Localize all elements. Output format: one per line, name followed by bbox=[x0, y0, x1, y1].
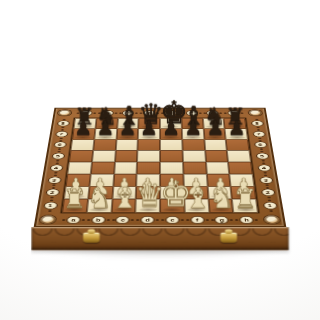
coordinate-cell: 6 bbox=[47, 139, 72, 150]
square-e6[interactable] bbox=[160, 139, 182, 150]
coordinate-label: f bbox=[186, 110, 196, 115]
coordinate-label: f bbox=[191, 216, 203, 223]
piece-white-knight[interactable]: ♞ bbox=[87, 184, 111, 212]
coordinate-label: e bbox=[165, 110, 175, 115]
coordinate-cell: g bbox=[202, 108, 224, 119]
board-grid: ♜♞♝♛♚♝♞♜♟♟♟♟♟♟♟♟♟♟♟♟♟♟♟♟♜♞♝♛♚♝♞♜ bbox=[62, 118, 258, 212]
piece-white-bishop[interactable]: ♝ bbox=[111, 183, 135, 212]
coordinate-label: 4 bbox=[258, 165, 270, 171]
coordinate-label: g bbox=[216, 216, 229, 223]
square-c1[interactable]: ♝ bbox=[111, 199, 136, 212]
square-c7[interactable]: ♟ bbox=[116, 129, 138, 140]
square-b7[interactable]: ♟ bbox=[94, 129, 117, 140]
coordinate-label: 7 bbox=[56, 131, 67, 136]
coordinate-label: c bbox=[117, 216, 129, 223]
coordinate-cell: f bbox=[181, 108, 203, 119]
coordinate-label: h bbox=[240, 216, 253, 223]
coordinate-label: 4 bbox=[50, 165, 62, 171]
coordinate-cell: a bbox=[60, 212, 86, 227]
brass-latch-icon bbox=[83, 233, 99, 243]
coordinate-label: g bbox=[207, 110, 218, 115]
piece-black-pawn[interactable]: ♟ bbox=[72, 119, 94, 139]
piece-black-pawn[interactable]: ♟ bbox=[204, 119, 226, 139]
coordinate-label: d bbox=[144, 110, 154, 115]
square-d4[interactable] bbox=[137, 162, 160, 174]
coordinate-label: c bbox=[123, 110, 133, 115]
coordinate-label: d bbox=[142, 216, 154, 223]
coordinate-label: 1 bbox=[263, 203, 276, 209]
piece-black-pawn[interactable]: ♟ bbox=[94, 119, 116, 139]
square-a4[interactable] bbox=[67, 162, 91, 174]
square-e5[interactable] bbox=[160, 150, 183, 162]
chess-set-photo: abcdefgh abcdefgh 87654321 87654321 ♜♞♝♛… bbox=[0, 0, 320, 320]
square-h5[interactable] bbox=[227, 150, 251, 162]
coordinate-cell: a bbox=[75, 108, 97, 119]
square-d6[interactable] bbox=[138, 139, 160, 150]
square-g4[interactable] bbox=[206, 162, 230, 174]
coordinate-cell: 6 bbox=[248, 139, 273, 150]
coordinate-cell: c bbox=[110, 212, 135, 227]
piece-white-rook[interactable]: ♜ bbox=[233, 186, 257, 212]
square-c4[interactable] bbox=[114, 162, 138, 174]
corner-rosette-icon bbox=[248, 110, 262, 116]
square-b1[interactable]: ♞ bbox=[87, 199, 112, 212]
corner-rosette-icon bbox=[264, 215, 281, 224]
box-front bbox=[31, 227, 288, 250]
square-e1[interactable]: ♚ bbox=[160, 199, 184, 212]
coordinate-cell: d bbox=[135, 212, 160, 227]
coordinate-cell: g bbox=[209, 212, 235, 227]
square-g6[interactable] bbox=[204, 139, 227, 150]
coordinate-label: 8 bbox=[57, 121, 68, 126]
coordinate-cell: 4 bbox=[43, 162, 69, 174]
coordinate-label: 2 bbox=[46, 190, 58, 196]
piece-white-knight[interactable]: ♞ bbox=[209, 184, 233, 212]
coordinate-label: 3 bbox=[48, 177, 60, 183]
piece-black-pawn[interactable]: ♟ bbox=[116, 119, 138, 139]
coordinate-cell: 5 bbox=[45, 150, 71, 162]
board-frame: abcdefgh abcdefgh 87654321 87654321 ♜♞♝♛… bbox=[34, 108, 287, 227]
square-h6[interactable] bbox=[226, 139, 250, 150]
square-f4[interactable] bbox=[183, 162, 207, 174]
coordinate-label: 3 bbox=[260, 177, 272, 183]
square-g7[interactable]: ♟ bbox=[203, 129, 226, 140]
piece-white-queen[interactable]: ♛ bbox=[136, 180, 160, 212]
coordinate-label: h bbox=[228, 110, 239, 115]
piece-black-pawn[interactable]: ♟ bbox=[182, 119, 204, 139]
coordinate-cell: 5 bbox=[249, 150, 275, 162]
coordinate-cell: e bbox=[160, 212, 185, 227]
brass-latch-icon bbox=[221, 233, 237, 243]
piece-white-bishop[interactable]: ♝ bbox=[184, 183, 208, 212]
coordinate-cell: d bbox=[139, 108, 160, 119]
piece-white-king[interactable]: ♚ bbox=[160, 176, 184, 211]
coordinate-label: 6 bbox=[54, 142, 66, 147]
coordinate-label: 2 bbox=[262, 190, 274, 196]
coordinate-cell: 1 bbox=[256, 199, 284, 212]
coordinate-label: b bbox=[102, 110, 113, 115]
coordinate-label: e bbox=[166, 216, 178, 223]
coordinate-cell: 4 bbox=[251, 162, 277, 174]
coordinate-label: a bbox=[67, 216, 80, 223]
coordinate-label: a bbox=[81, 110, 92, 115]
square-b5[interactable] bbox=[92, 150, 116, 162]
coordinate-cell: h bbox=[233, 212, 259, 227]
piece-black-pawn[interactable]: ♟ bbox=[160, 119, 182, 139]
coordinate-cell: c bbox=[118, 108, 140, 119]
coordinate-label: 7 bbox=[253, 131, 264, 136]
piece-white-rook[interactable]: ♜ bbox=[62, 186, 86, 212]
coordinate-label: b bbox=[92, 216, 105, 223]
square-a5[interactable] bbox=[69, 150, 93, 162]
square-c6[interactable] bbox=[115, 139, 138, 150]
piece-black-pawn[interactable]: ♟ bbox=[138, 119, 160, 139]
coordinate-cell: f bbox=[184, 212, 209, 227]
square-g1[interactable]: ♞ bbox=[208, 199, 233, 212]
square-d1[interactable]: ♛ bbox=[136, 199, 160, 212]
square-f5[interactable] bbox=[182, 150, 205, 162]
square-a7[interactable]: ♟ bbox=[72, 129, 95, 140]
square-a6[interactable] bbox=[71, 139, 95, 150]
coordinate-label: 5 bbox=[256, 153, 268, 159]
coordinate-cell: h bbox=[223, 108, 245, 119]
chess-board: abcdefgh abcdefgh 87654321 87654321 ♜♞♝♛… bbox=[34, 108, 287, 227]
coordinate-cell: b bbox=[85, 212, 111, 227]
square-f1[interactable]: ♝ bbox=[184, 199, 209, 212]
coordinate-cell: e bbox=[160, 108, 181, 119]
square-f6[interactable] bbox=[182, 139, 205, 150]
square-g5[interactable] bbox=[205, 150, 229, 162]
square-b4[interactable] bbox=[91, 162, 115, 174]
square-e7[interactable]: ♟ bbox=[160, 129, 182, 140]
square-f7[interactable]: ♟ bbox=[182, 129, 204, 140]
square-h4[interactable] bbox=[228, 162, 252, 174]
coordinate-cell: 7 bbox=[246, 129, 271, 140]
coordinate-label: 8 bbox=[251, 121, 262, 126]
coordinate-label: 5 bbox=[52, 153, 64, 159]
coordinate-cell: 8 bbox=[245, 118, 269, 128]
corner-rosette-icon bbox=[58, 110, 72, 116]
coordinate-cell: 7 bbox=[49, 129, 74, 140]
square-h1[interactable]: ♜ bbox=[232, 199, 258, 212]
corner-rosette-icon bbox=[40, 215, 57, 224]
coordinate-label: 6 bbox=[255, 142, 267, 147]
square-a1[interactable]: ♜ bbox=[62, 199, 88, 212]
square-e4[interactable] bbox=[160, 162, 183, 174]
file-labels-top: abcdefgh bbox=[75, 108, 245, 119]
square-h7[interactable]: ♟ bbox=[225, 129, 248, 140]
coordinate-cell: 1 bbox=[36, 199, 64, 212]
coordinate-cell: 8 bbox=[51, 118, 75, 128]
square-c5[interactable] bbox=[115, 150, 138, 162]
coordinate-cell: 2 bbox=[254, 186, 281, 199]
square-d5[interactable] bbox=[137, 150, 160, 162]
square-d7[interactable]: ♟ bbox=[138, 129, 160, 140]
square-b6[interactable] bbox=[93, 139, 116, 150]
file-labels-bottom: abcdefgh bbox=[60, 212, 260, 227]
coordinate-label: 1 bbox=[44, 203, 57, 209]
coordinate-cell: b bbox=[96, 108, 118, 119]
